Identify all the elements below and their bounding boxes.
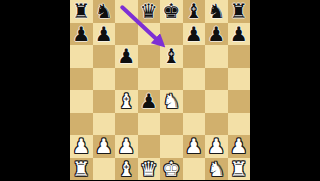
piece-white-pawn[interactable]: ♟ <box>93 135 116 158</box>
piece-black-pawn[interactable]: ♟ <box>115 45 138 68</box>
square-d5[interactable] <box>138 68 161 91</box>
square-f4[interactable] <box>183 90 206 113</box>
piece-white-knight[interactable]: ♞ <box>205 158 228 181</box>
letterbox-left <box>0 0 70 180</box>
square-f1[interactable] <box>183 158 206 181</box>
square-g6[interactable] <box>205 45 228 68</box>
piece-white-king[interactable]: ♚ <box>160 158 183 181</box>
piece-white-rook[interactable]: ♜ <box>228 158 251 181</box>
square-h7[interactable]: ♟ <box>228 23 251 46</box>
square-a6[interactable] <box>70 45 93 68</box>
square-g3[interactable] <box>205 113 228 136</box>
piece-black-pawn[interactable]: ♟ <box>228 23 251 46</box>
square-a3[interactable] <box>70 113 93 136</box>
square-f5[interactable] <box>183 68 206 91</box>
square-c8[interactable] <box>115 0 138 23</box>
square-a2[interactable]: ♟ <box>70 135 93 158</box>
piece-black-pawn[interactable]: ♟ <box>183 23 206 46</box>
piece-white-pawn[interactable]: ♟ <box>228 135 251 158</box>
square-e6[interactable]: ♝ <box>160 45 183 68</box>
square-h6[interactable] <box>228 45 251 68</box>
square-f8[interactable]: ♝ <box>183 0 206 23</box>
chess-board[interactable]: ♜♞♛♚♝♞♜♟♟♟♟♟♟♝♝♟♞♟♟♟♟♟♟♜♝♛♚♞♜ <box>70 0 250 180</box>
square-b7[interactable]: ♟ <box>93 23 116 46</box>
square-h4[interactable] <box>228 90 251 113</box>
piece-black-pawn[interactable]: ♟ <box>70 23 93 46</box>
square-f6[interactable] <box>183 45 206 68</box>
square-c7[interactable] <box>115 23 138 46</box>
square-g4[interactable] <box>205 90 228 113</box>
square-g5[interactable] <box>205 68 228 91</box>
square-f7[interactable]: ♟ <box>183 23 206 46</box>
piece-black-rook[interactable]: ♜ <box>228 0 251 23</box>
piece-black-knight[interactable]: ♞ <box>205 0 228 23</box>
square-b6[interactable] <box>93 45 116 68</box>
square-g8[interactable]: ♞ <box>205 0 228 23</box>
square-c4[interactable]: ♝ <box>115 90 138 113</box>
square-e7[interactable] <box>160 23 183 46</box>
square-h5[interactable] <box>228 68 251 91</box>
piece-black-bishop[interactable]: ♝ <box>183 0 206 23</box>
piece-black-king[interactable]: ♚ <box>160 0 183 23</box>
square-e3[interactable] <box>160 113 183 136</box>
piece-white-bishop[interactable]: ♝ <box>115 158 138 181</box>
square-b4[interactable] <box>93 90 116 113</box>
square-h1[interactable]: ♜ <box>228 158 251 181</box>
piece-black-pawn[interactable]: ♟ <box>138 90 161 113</box>
square-b2[interactable]: ♟ <box>93 135 116 158</box>
piece-black-bishop[interactable]: ♝ <box>160 45 183 68</box>
square-g7[interactable]: ♟ <box>205 23 228 46</box>
piece-black-rook[interactable]: ♜ <box>70 0 93 23</box>
square-b3[interactable] <box>93 113 116 136</box>
piece-white-bishop[interactable]: ♝ <box>115 90 138 113</box>
piece-black-knight[interactable]: ♞ <box>93 0 116 23</box>
square-h8[interactable]: ♜ <box>228 0 251 23</box>
square-e1[interactable]: ♚ <box>160 158 183 181</box>
square-e5[interactable] <box>160 68 183 91</box>
square-a7[interactable]: ♟ <box>70 23 93 46</box>
square-e4[interactable]: ♞ <box>160 90 183 113</box>
square-d4[interactable]: ♟ <box>138 90 161 113</box>
square-d3[interactable] <box>138 113 161 136</box>
square-a4[interactable] <box>70 90 93 113</box>
square-d7[interactable] <box>138 23 161 46</box>
piece-white-rook[interactable]: ♜ <box>70 158 93 181</box>
square-b5[interactable] <box>93 68 116 91</box>
piece-black-pawn[interactable]: ♟ <box>93 23 116 46</box>
square-c5[interactable] <box>115 68 138 91</box>
square-g2[interactable]: ♟ <box>205 135 228 158</box>
square-b1[interactable] <box>93 158 116 181</box>
letterbox-right <box>250 0 320 180</box>
piece-white-pawn[interactable]: ♟ <box>205 135 228 158</box>
square-a8[interactable]: ♜ <box>70 0 93 23</box>
square-d8[interactable]: ♛ <box>138 0 161 23</box>
piece-black-queen[interactable]: ♛ <box>138 0 161 23</box>
square-f3[interactable] <box>183 113 206 136</box>
square-d2[interactable] <box>138 135 161 158</box>
piece-white-queen[interactable]: ♛ <box>138 158 161 181</box>
piece-white-pawn[interactable]: ♟ <box>183 135 206 158</box>
square-b8[interactable]: ♞ <box>93 0 116 23</box>
square-c2[interactable]: ♟ <box>115 135 138 158</box>
square-a5[interactable] <box>70 68 93 91</box>
square-a1[interactable]: ♜ <box>70 158 93 181</box>
square-e8[interactable]: ♚ <box>160 0 183 23</box>
square-c3[interactable] <box>115 113 138 136</box>
square-e2[interactable] <box>160 135 183 158</box>
piece-white-knight[interactable]: ♞ <box>160 90 183 113</box>
piece-white-pawn[interactable]: ♟ <box>115 135 138 158</box>
square-c6[interactable]: ♟ <box>115 45 138 68</box>
square-d6[interactable] <box>138 45 161 68</box>
square-f2[interactable]: ♟ <box>183 135 206 158</box>
square-g1[interactable]: ♞ <box>205 158 228 181</box>
piece-white-pawn[interactable]: ♟ <box>70 135 93 158</box>
square-h2[interactable]: ♟ <box>228 135 251 158</box>
piece-black-pawn[interactable]: ♟ <box>205 23 228 46</box>
square-c1[interactable]: ♝ <box>115 158 138 181</box>
square-h3[interactable] <box>228 113 251 136</box>
square-d1[interactable]: ♛ <box>138 158 161 181</box>
video-frame: ♜♞♛♚♝♞♜♟♟♟♟♟♟♝♝♟♞♟♟♟♟♟♟♜♝♛♚♞♜ <box>0 0 320 180</box>
